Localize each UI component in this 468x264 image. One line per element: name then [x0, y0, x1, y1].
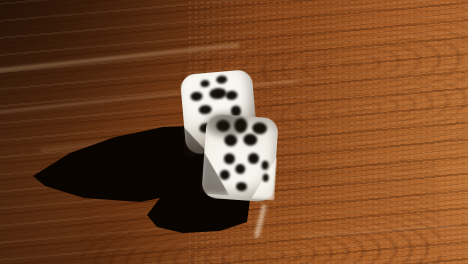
pip — [209, 87, 227, 99]
table-surface — [0, 0, 468, 264]
pip — [261, 161, 269, 170]
pip — [224, 153, 236, 165]
pip — [243, 133, 258, 146]
pip — [190, 91, 203, 101]
pip — [216, 119, 231, 132]
die-2 — [201, 114, 279, 203]
pip — [225, 90, 238, 100]
pip — [234, 118, 248, 134]
pip — [235, 164, 246, 175]
pip — [200, 80, 210, 88]
pip — [224, 134, 238, 147]
pip — [262, 174, 269, 182]
die-2-pips — [201, 114, 279, 203]
pip — [219, 170, 230, 181]
pip — [216, 75, 228, 84]
pip — [236, 182, 248, 192]
pip — [252, 122, 268, 135]
pip — [248, 153, 260, 165]
